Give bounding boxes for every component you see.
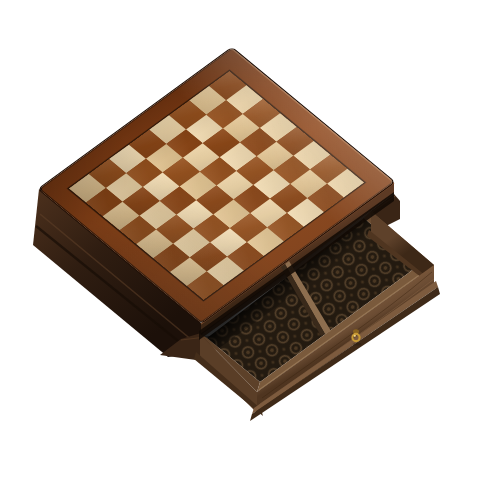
handle-shadow	[353, 342, 362, 345]
handle-glint	[354, 335, 356, 337]
product-photo-chess-box	[0, 0, 480, 480]
